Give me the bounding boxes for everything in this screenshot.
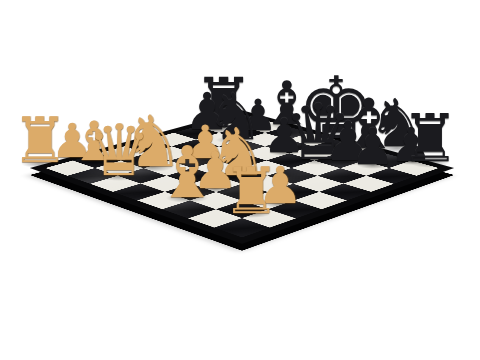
piece-white-rook-g2: ♜: [222, 159, 279, 223]
piece-white-rook-a1: ♜: [12, 109, 68, 172]
piece-layer: ♝♜♟♟♚♞♞♝♟♟♟♛♝♟♟♜♜♟♞♛♞♟♝♟♜: [0, 0, 480, 360]
piece-black-rook-h8: ♜: [400, 106, 459, 172]
chess-set-product-photo: ♝♜♟♟♚♞♞♝♟♟♟♛♝♟♟♜♜♟♞♛♞♟♝♟♜: [0, 0, 480, 360]
piece-black-pawn-g7: ♟: [351, 122, 396, 172]
piece-white-bishop-e2: ♝: [155, 137, 219, 208]
piece-white-queen-c2: ♛: [87, 115, 151, 186]
